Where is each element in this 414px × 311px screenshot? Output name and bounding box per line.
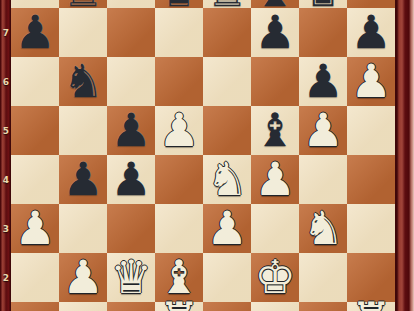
piece-white-rook[interactable]: ♜ — [350, 295, 391, 311]
piece-white-pawn[interactable]: ♟ — [158, 106, 199, 155]
square-c7[interactable] — [107, 8, 155, 57]
piece-black-pawn[interactable]: ♟ — [14, 8, 55, 57]
piece-black-pawn[interactable]: ♟ — [62, 155, 103, 204]
square-c2[interactable]: ♛ — [107, 253, 155, 302]
square-g4[interactable] — [299, 155, 347, 204]
square-f7[interactable]: ♟ — [251, 8, 299, 57]
piece-black-pawn[interactable]: ♟ — [302, 57, 343, 106]
square-d5[interactable]: ♟ — [155, 106, 203, 155]
square-d4[interactable] — [155, 155, 203, 204]
rank-label-2: 2 — [1, 273, 11, 283]
piece-white-pawn[interactable]: ♟ — [14, 204, 55, 253]
piece-black-pawn[interactable]: ♟ — [254, 8, 295, 57]
square-e2[interactable] — [203, 253, 251, 302]
square-c8[interactable] — [107, 0, 155, 8]
square-f2[interactable]: ♚ — [251, 253, 299, 302]
square-a7[interactable]: ♟ — [11, 8, 59, 57]
square-h5[interactable] — [347, 106, 395, 155]
piece-white-rook[interactable]: ♜ — [158, 295, 199, 311]
piece-black-bishop[interactable]: ♝ — [254, 106, 295, 155]
rank-label-7: 7 — [1, 28, 11, 38]
piece-white-queen[interactable]: ♛ — [110, 253, 151, 302]
square-a4[interactable] — [11, 155, 59, 204]
square-c1[interactable] — [107, 302, 155, 311]
chess-board: ♜♛♜♝♚♟♟♟♞♟♟♟♟♝♟♟♟♞♟♟♟♞♟♛♝♚♜♜ — [11, 0, 395, 311]
square-e7[interactable] — [203, 8, 251, 57]
square-b7[interactable] — [59, 8, 107, 57]
square-e3[interactable]: ♟ — [203, 204, 251, 253]
piece-black-pawn[interactable]: ♟ — [350, 8, 391, 57]
square-a5[interactable] — [11, 106, 59, 155]
piece-white-knight[interactable]: ♞ — [302, 204, 343, 253]
square-h7[interactable]: ♟ — [347, 8, 395, 57]
square-c5[interactable]: ♟ — [107, 106, 155, 155]
square-e5[interactable] — [203, 106, 251, 155]
square-h4[interactable] — [347, 155, 395, 204]
piece-black-pawn[interactable]: ♟ — [110, 106, 151, 155]
piece-white-pawn[interactable]: ♟ — [254, 155, 295, 204]
square-h1[interactable]: ♜ — [347, 302, 395, 311]
chess-board-diagram: ♜♛♜♝♚♟♟♟♞♟♟♟♟♝♟♟♟♞♟♟♟♞♟♛♝♚♜♜ 765432 — [0, 0, 414, 311]
piece-white-pawn[interactable]: ♟ — [350, 57, 391, 106]
square-d8[interactable]: ♛ — [155, 0, 203, 8]
square-f6[interactable] — [251, 57, 299, 106]
square-d3[interactable] — [155, 204, 203, 253]
board-frame-right — [395, 0, 414, 311]
square-e1[interactable] — [203, 302, 251, 311]
square-a1[interactable] — [11, 302, 59, 311]
square-g5[interactable]: ♟ — [299, 106, 347, 155]
piece-black-pawn[interactable]: ♟ — [110, 155, 151, 204]
square-c6[interactable] — [107, 57, 155, 106]
rank-label-6: 6 — [1, 77, 11, 87]
square-g7[interactable] — [299, 8, 347, 57]
piece-white-pawn[interactable]: ♟ — [302, 106, 343, 155]
square-a6[interactable] — [11, 57, 59, 106]
square-b1[interactable] — [59, 302, 107, 311]
square-f5[interactable]: ♝ — [251, 106, 299, 155]
square-a3[interactable]: ♟ — [11, 204, 59, 253]
square-c3[interactable] — [107, 204, 155, 253]
square-b3[interactable] — [59, 204, 107, 253]
square-e4[interactable]: ♞ — [203, 155, 251, 204]
square-g8[interactable]: ♚ — [299, 0, 347, 8]
square-b5[interactable] — [59, 106, 107, 155]
board-frame-left: 765432 — [0, 0, 11, 311]
square-b6[interactable]: ♞ — [59, 57, 107, 106]
square-c4[interactable]: ♟ — [107, 155, 155, 204]
square-f4[interactable]: ♟ — [251, 155, 299, 204]
square-b4[interactable]: ♟ — [59, 155, 107, 204]
square-d1[interactable]: ♜ — [155, 302, 203, 311]
square-g1[interactable] — [299, 302, 347, 311]
piece-white-king[interactable]: ♚ — [254, 253, 295, 302]
square-h3[interactable] — [347, 204, 395, 253]
rank-label-3: 3 — [1, 224, 11, 234]
square-a2[interactable] — [11, 253, 59, 302]
square-b2[interactable]: ♟ — [59, 253, 107, 302]
square-e8[interactable]: ♜ — [203, 0, 251, 8]
square-d6[interactable] — [155, 57, 203, 106]
square-d7[interactable] — [155, 8, 203, 57]
rank-label-5: 5 — [1, 126, 11, 136]
square-e6[interactable] — [203, 57, 251, 106]
square-f3[interactable] — [251, 204, 299, 253]
square-h6[interactable]: ♟ — [347, 57, 395, 106]
square-b8[interactable]: ♜ — [59, 0, 107, 8]
piece-white-pawn[interactable]: ♟ — [206, 204, 247, 253]
square-g3[interactable]: ♞ — [299, 204, 347, 253]
square-f1[interactable] — [251, 302, 299, 311]
piece-white-knight[interactable]: ♞ — [206, 155, 247, 204]
piece-white-pawn[interactable]: ♟ — [62, 253, 103, 302]
square-g2[interactable] — [299, 253, 347, 302]
piece-black-knight[interactable]: ♞ — [62, 57, 103, 106]
rank-label-4: 4 — [1, 175, 11, 185]
square-g6[interactable]: ♟ — [299, 57, 347, 106]
